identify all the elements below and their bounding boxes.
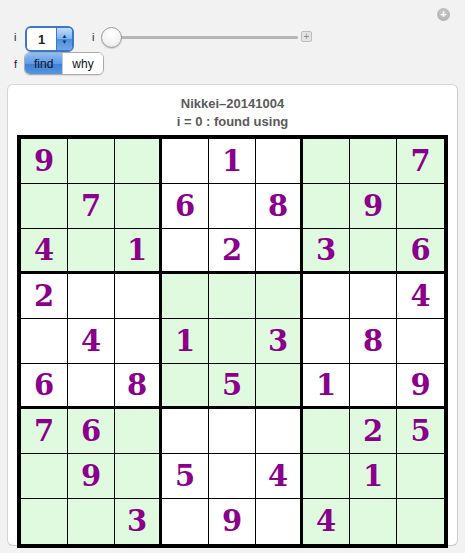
sudoku-cell-r3c1: 4 [21,229,68,274]
sudoku-cell-r6c1: 6 [21,364,68,409]
sudoku-cell-r8c3 [115,454,162,499]
sudoku-cell-r2c3 [115,184,162,229]
sudoku-cell-r5c4: 1 [162,319,209,364]
sudoku-cell-r7c3 [115,409,162,454]
sudoku-cell-r6c6 [256,364,303,409]
sudoku-cell-r9c9 [397,499,444,544]
sudoku-cell-r8c2: 9 [68,454,115,499]
board-wrap: 9177689412362441386851976259541394 [8,135,457,548]
sudoku-cell-r9c1 [21,499,68,544]
sudoku-cell-r6c5: 5 [209,364,256,409]
sudoku-cell-r5c3 [115,319,162,364]
sudoku-cell-r8c4: 5 [162,454,209,499]
sudoku-cell-r6c8 [350,364,397,409]
sudoku-cell-r5c8: 8 [350,319,397,364]
sudoku-cell-r1c7 [303,139,350,184]
sudoku-cell-r3c3: 1 [115,229,162,274]
sudoku-cell-r2c4: 6 [162,184,209,229]
sudoku-cell-r9c2 [68,499,115,544]
sudoku-cell-r4c1: 2 [21,274,68,319]
slider-expand-button[interactable]: + [301,31,312,42]
sudoku-cell-r9c6 [256,499,303,544]
sudoku-cell-r8c7 [303,454,350,499]
sudoku-cell-r5c2: 4 [68,319,115,364]
sudoku-cell-r7c1: 7 [21,409,68,454]
sudoku-cell-r4c4 [162,274,209,319]
manipulate-panel: Nikkei–20141004 i = 0 : found using 9177… [7,84,458,546]
stepper-down-icon[interactable]: ▼ [62,39,68,45]
sudoku-cell-r8c1 [21,454,68,499]
i-stepper-value: 1 [27,28,56,50]
status-line: i = 0 : found using [8,114,457,129]
sudoku-cell-r2c9 [397,184,444,229]
sudoku-cell-r5c5 [209,319,256,364]
sudoku-cell-r2c6: 8 [256,184,303,229]
sudoku-cell-r1c5: 1 [209,139,256,184]
f-setter-bar: find why [24,52,104,75]
sudoku-cell-r1c6 [256,139,303,184]
sudoku-cell-r1c1: 9 [21,139,68,184]
sudoku-cell-r7c8: 2 [350,409,397,454]
sudoku-cell-r5c9 [397,319,444,364]
sudoku-cell-r7c7 [303,409,350,454]
sudoku-cell-r9c7: 4 [303,499,350,544]
puzzle-title: Nikkei–20141004 [8,96,457,111]
sudoku-cell-r2c5 [209,184,256,229]
sudoku-cell-r9c8 [350,499,397,544]
sudoku-cell-r3c9: 6 [397,229,444,274]
sudoku-cell-r1c2 [68,139,115,184]
find-button[interactable]: find [25,53,62,74]
sudoku-cell-r9c3: 3 [115,499,162,544]
sudoku-cell-r4c5 [209,274,256,319]
sudoku-cell-r2c1 [21,184,68,229]
sudoku-cell-r7c4 [162,409,209,454]
sudoku-cell-r8c8: 1 [350,454,397,499]
i-stepper[interactable]: 1 ▲ ▼ [25,26,74,52]
sudoku-cell-r1c4 [162,139,209,184]
sudoku-board: 9177689412362441386851976259541394 [17,135,448,548]
slider-thumb[interactable] [101,27,122,48]
sudoku-cell-r4c6 [256,274,303,319]
sudoku-cell-r5c7 [303,319,350,364]
sudoku-cell-r3c7: 3 [303,229,350,274]
sudoku-cell-r3c8 [350,229,397,274]
setter-label: f [14,58,17,70]
sudoku-cell-r3c6 [256,229,303,274]
sudoku-cell-r5c1 [21,319,68,364]
sudoku-cell-r9c4 [162,499,209,544]
sudoku-cell-r8c9 [397,454,444,499]
why-button[interactable]: why [62,53,102,74]
sudoku-cell-r3c4 [162,229,209,274]
sudoku-cell-r7c5 [209,409,256,454]
sudoku-cell-r4c3 [115,274,162,319]
slider-label: i [92,31,94,43]
sudoku-cell-r4c2 [68,274,115,319]
sudoku-cell-r1c9: 7 [397,139,444,184]
sudoku-cell-r6c3: 8 [115,364,162,409]
sudoku-cell-r2c7 [303,184,350,229]
sudoku-cell-r2c8: 9 [350,184,397,229]
i-slider[interactable] [103,36,298,39]
sudoku-cell-r5c6: 3 [256,319,303,364]
sudoku-cell-r6c9: 9 [397,364,444,409]
stepper-arrows[interactable]: ▲ ▼ [56,28,72,50]
sudoku-cell-r4c9: 4 [397,274,444,319]
sudoku-cell-r1c3 [115,139,162,184]
sudoku-cell-r8c6: 4 [256,454,303,499]
sudoku-cell-r3c2 [68,229,115,274]
sudoku-cell-r9c5: 9 [209,499,256,544]
sudoku-cell-r4c7 [303,274,350,319]
sudoku-cell-r7c6 [256,409,303,454]
sudoku-cell-r7c9: 5 [397,409,444,454]
sudoku-cell-r6c7: 1 [303,364,350,409]
sudoku-cell-r2c2: 7 [68,184,115,229]
sudoku-cell-r6c4 [162,364,209,409]
sudoku-cell-r8c5 [209,454,256,499]
sudoku-cell-r6c2 [68,364,115,409]
stepper-label: i [14,31,16,43]
sudoku-cell-r7c2: 6 [68,409,115,454]
manipulate-expand-icon[interactable]: + [437,8,450,21]
sudoku-cell-r1c8 [350,139,397,184]
sudoku-cell-r3c5: 2 [209,229,256,274]
sudoku-cell-r4c8 [350,274,397,319]
